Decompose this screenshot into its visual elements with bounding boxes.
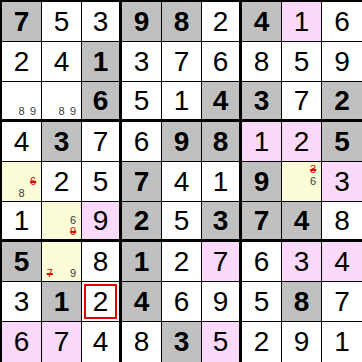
cell-r7c9[interactable]: 4 xyxy=(322,242,362,282)
cell-r9c9[interactable]: 1 xyxy=(322,322,362,362)
given-digit: 3 xyxy=(174,328,190,356)
given-digit: 7 xyxy=(254,207,270,235)
cell-r6c7[interactable]: 7 xyxy=(242,202,282,242)
given-digit: 7 xyxy=(134,168,150,196)
solved-digit: 7 xyxy=(294,87,310,115)
cell-r3c1[interactable]: 89 xyxy=(2,82,42,122)
given-digit: 3 xyxy=(254,87,270,115)
cell-r1c4[interactable]: 9 xyxy=(122,2,162,42)
cell-r6c9[interactable]: 8 xyxy=(322,202,362,242)
cell-r7c4[interactable]: 1 xyxy=(122,242,162,282)
cell-r4c6[interactable]: 8 xyxy=(202,122,242,162)
cell-r3c4[interactable]: 5 xyxy=(122,82,162,122)
cell-r6c8[interactable]: 4 xyxy=(282,202,322,242)
solved-digit: 2 xyxy=(213,8,229,36)
cell-r2c5[interactable]: 7 xyxy=(162,42,202,82)
solved-digit: 5 xyxy=(213,328,229,356)
cell-r7c7[interactable]: 6 xyxy=(242,242,282,282)
candidate-digit: 9 xyxy=(27,106,39,117)
given-digit: 1 xyxy=(134,248,150,276)
solved-digit: 9 xyxy=(294,328,310,356)
cell-r3c6[interactable]: 4 xyxy=(202,82,242,122)
cell-r7c1[interactable]: 5 xyxy=(2,242,42,282)
solved-digit: 8 xyxy=(334,207,350,235)
cell-r4c7[interactable]: 1 xyxy=(242,122,282,162)
candidate-digit: 8 xyxy=(56,106,68,117)
candidate-digit-struck: 9 xyxy=(67,226,79,237)
cell-r7c3[interactable]: 8 xyxy=(82,242,122,282)
solved-digit: 1 xyxy=(254,128,270,156)
solved-digit: 6 xyxy=(334,8,350,36)
cell-r3c3[interactable]: 6 xyxy=(82,82,122,122)
given-digit: 9 xyxy=(134,8,150,36)
cell-r9c4[interactable]: 8 xyxy=(122,322,162,362)
solved-digit: 1 xyxy=(213,168,229,196)
solved-digit: 9 xyxy=(213,288,229,316)
cell-r1c6[interactable]: 2 xyxy=(202,2,242,42)
cell-r7c2[interactable]: 79 xyxy=(42,242,82,282)
cell-r1c1[interactable]: 7 xyxy=(2,2,42,42)
cell-r5c3[interactable]: 5 xyxy=(82,162,122,202)
cell-r2c9[interactable]: 9 xyxy=(322,42,362,82)
cell-r5c1[interactable]: 68 xyxy=(2,162,42,202)
cell-r4c5[interactable]: 9 xyxy=(162,122,202,162)
solved-digit: 3 xyxy=(93,8,109,36)
cell-r5c8[interactable]: 36 xyxy=(282,162,322,202)
solved-digit: 2 xyxy=(254,328,270,356)
solved-digit: 5 xyxy=(254,288,270,316)
given-digit: 8 xyxy=(294,288,310,316)
cell-r1c8[interactable]: 1 xyxy=(282,2,322,42)
cell-r9c3[interactable]: 4 xyxy=(82,322,122,362)
candidate-digit: 8 xyxy=(16,106,28,117)
given-digit: 1 xyxy=(93,48,109,76)
cell-r2c4[interactable]: 3 xyxy=(122,42,162,82)
candidate-digit: 9 xyxy=(67,106,79,117)
candidate-digit: 9 xyxy=(67,267,79,279)
cell-r6c1[interactable]: 1 xyxy=(2,202,42,242)
solved-digit: 7 xyxy=(93,128,109,156)
solved-digit: 8 xyxy=(254,48,270,76)
cell-r6c3[interactable]: 9 xyxy=(82,202,122,242)
solved-digit: 3 xyxy=(294,248,310,276)
cell-r5c4[interactable]: 7 xyxy=(122,162,162,202)
cell-r7c5[interactable]: 2 xyxy=(162,242,202,282)
cell-r2c2[interactable]: 4 xyxy=(42,42,82,82)
solved-digit: 1 xyxy=(294,8,310,36)
given-digit: 5 xyxy=(14,248,30,276)
given-digit: 3 xyxy=(213,207,229,235)
given-digit: 7 xyxy=(14,8,30,36)
solved-digit: 2 xyxy=(174,248,190,276)
cell-r4c3[interactable]: 7 xyxy=(82,122,122,162)
cell-r4c8[interactable]: 2 xyxy=(282,122,322,162)
cell-r3c2[interactable]: 89 xyxy=(42,82,82,122)
cell-r9c8[interactable]: 9 xyxy=(282,322,322,362)
cell-r4c9[interactable]: 5 xyxy=(322,122,362,162)
candidate-grid: 89 xyxy=(44,84,79,117)
given-digit: 2 xyxy=(134,207,150,235)
solved-digit: 4 xyxy=(14,128,30,156)
candidate-grid: 79 xyxy=(44,244,79,279)
cell-r1c2[interactable]: 5 xyxy=(42,2,82,42)
solved-digit: 1 xyxy=(174,87,190,115)
cell-r5c7[interactable]: 9 xyxy=(242,162,282,202)
given-digit: 3 xyxy=(54,128,70,156)
solved-digit: 5 xyxy=(54,8,70,36)
solved-digit: 4 xyxy=(54,48,70,76)
solved-digit: 2 xyxy=(54,168,70,196)
candidate-digit: 8 xyxy=(16,187,28,199)
solved-digit: 5 xyxy=(93,168,109,196)
cell-r9c6[interactable]: 5 xyxy=(202,322,242,362)
candidate-digit-struck: 3 xyxy=(307,164,319,176)
solved-digit: 5 xyxy=(174,207,190,235)
cell-r1c3[interactable]: 3 xyxy=(82,2,122,42)
cell-r5c9[interactable]: 3 xyxy=(322,162,362,202)
given-digit: 4 xyxy=(213,87,229,115)
cell-r9c7[interactable]: 2 xyxy=(242,322,282,362)
solved-digit: 7 xyxy=(54,328,70,356)
solved-digit: 1 xyxy=(334,328,350,356)
cell-r5c2[interactable]: 2 xyxy=(42,162,82,202)
cell-r5c6[interactable]: 1 xyxy=(202,162,242,202)
cell-r1c5[interactable]: 8 xyxy=(162,2,202,42)
cell-r3c8[interactable]: 7 xyxy=(282,82,322,122)
given-digit: 4 xyxy=(294,207,310,235)
given-digit: 4 xyxy=(134,288,150,316)
solved-digit: 3 xyxy=(334,168,350,196)
given-digit: 6 xyxy=(93,87,109,115)
cell-r8c8[interactable]: 8 xyxy=(282,282,322,322)
candidate-grid: 69 xyxy=(44,204,79,237)
cell-r3c7[interactable]: 3 xyxy=(242,82,282,122)
solved-digit: 2 xyxy=(14,48,30,76)
cell-r3c5[interactable]: 1 xyxy=(162,82,202,122)
cell-r2c3[interactable]: 1 xyxy=(82,42,122,82)
given-digit: 1 xyxy=(54,288,70,316)
cell-r3c9[interactable]: 2 xyxy=(322,82,362,122)
candidate-grid: 68 xyxy=(4,164,39,199)
cell-r7c8[interactable]: 3 xyxy=(282,242,322,282)
solved-digit: 9 xyxy=(93,207,109,235)
solved-digit: 6 xyxy=(134,128,150,156)
solved-digit: 7 xyxy=(334,288,350,316)
cell-r2c8[interactable]: 5 xyxy=(282,42,322,82)
cell-r8c9[interactable]: 7 xyxy=(322,282,362,322)
cell-r4c2[interactable]: 3 xyxy=(42,122,82,162)
cell-r2c1[interactable]: 2 xyxy=(2,42,42,82)
cell-r8c6[interactable]: 9 xyxy=(202,282,242,322)
cell-r2c7[interactable]: 8 xyxy=(242,42,282,82)
solved-digit: 4 xyxy=(334,248,350,276)
solved-digit: 7 xyxy=(213,248,229,276)
cell-r9c2[interactable]: 7 xyxy=(42,322,82,362)
solved-digit: 5 xyxy=(134,87,150,115)
cell-r9c1[interactable]: 6 xyxy=(2,322,42,362)
cell-r6c6[interactable]: 3 xyxy=(202,202,242,242)
solved-digit: 6 xyxy=(174,288,190,316)
candidate-digit-struck: 6 xyxy=(27,176,39,188)
solved-digit: 8 xyxy=(93,248,109,276)
solved-digit: 2 xyxy=(294,128,310,156)
solved-digit: 6 xyxy=(213,48,229,76)
cell-r4c1[interactable]: 4 xyxy=(2,122,42,162)
cell-r7c6[interactable]: 7 xyxy=(202,242,242,282)
solved-digit: 6 xyxy=(14,328,30,356)
cell-r8c1[interactable]: 3 xyxy=(2,282,42,322)
cell-r6c2[interactable]: 69 xyxy=(42,202,82,242)
candidate-digit-struck: 7 xyxy=(44,267,56,279)
given-digit: 5 xyxy=(334,128,350,156)
cell-r1c9[interactable]: 6 xyxy=(322,2,362,42)
solved-digit: 6 xyxy=(254,248,270,276)
given-digit: 9 xyxy=(174,128,190,156)
cell-r8c7[interactable]: 5 xyxy=(242,282,282,322)
solved-digit: 3 xyxy=(14,288,30,316)
cell-r8c4[interactable]: 4 xyxy=(122,282,162,322)
candidate-grid: 36 xyxy=(284,164,319,199)
given-digit: 2 xyxy=(334,87,350,115)
cell-r6c4[interactable]: 2 xyxy=(122,202,162,242)
cell-r8c5[interactable]: 6 xyxy=(162,282,202,322)
solved-digit: 8 xyxy=(134,328,150,356)
cell-r2c6[interactable]: 6 xyxy=(202,42,242,82)
given-digit: 8 xyxy=(213,128,229,156)
solved-digit: 1 xyxy=(14,207,30,235)
solved-digit: 5 xyxy=(294,48,310,76)
candidate-digit: 6 xyxy=(307,176,319,188)
solved-digit: 7 xyxy=(174,48,190,76)
candidate-grid: 89 xyxy=(4,84,39,117)
given-digit: 4 xyxy=(254,8,270,36)
solved-digit: 2 xyxy=(93,288,109,316)
solved-digit: 3 xyxy=(134,48,150,76)
cell-r6c5[interactable]: 5 xyxy=(162,202,202,242)
given-digit: 9 xyxy=(254,168,270,196)
cell-r5c5[interactable]: 4 xyxy=(162,162,202,202)
cell-r8c3[interactable]: 2 xyxy=(82,282,122,322)
given-digit: 8 xyxy=(174,8,190,36)
solved-digit: 9 xyxy=(334,48,350,76)
cell-r4c4[interactable]: 6 xyxy=(122,122,162,162)
cell-r9c5[interactable]: 3 xyxy=(162,322,202,362)
solved-digit: 4 xyxy=(93,328,109,356)
sudoku-board: 7539824162413768598989651437243769812568… xyxy=(0,0,362,362)
cell-r1c7[interactable]: 4 xyxy=(242,2,282,42)
solved-digit: 4 xyxy=(174,168,190,196)
cell-r8c2[interactable]: 1 xyxy=(42,282,82,322)
